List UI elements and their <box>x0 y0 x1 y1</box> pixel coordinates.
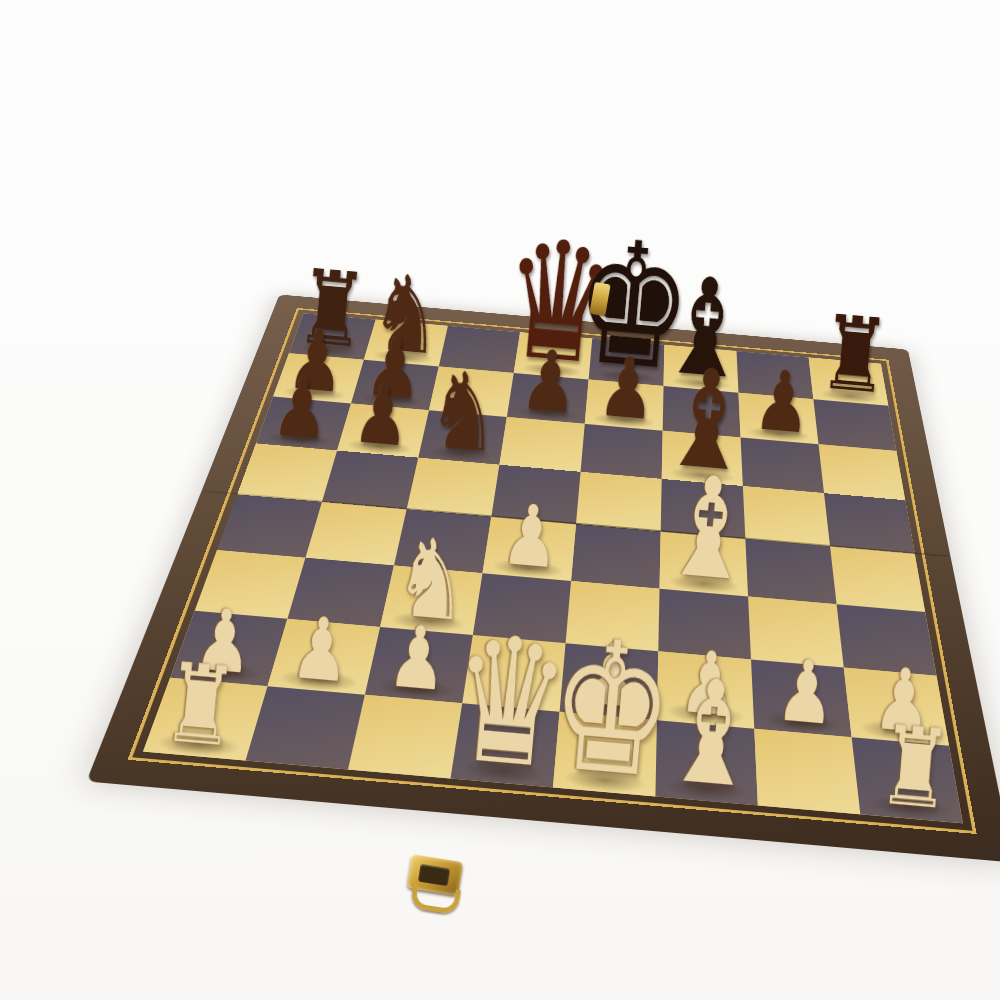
piece-white-king-e1[interactable]: ♚ <box>544 624 679 794</box>
piece-white-bishop-f4[interactable]: ♝ <box>657 464 760 593</box>
square-h1[interactable]: ♜ <box>852 737 963 823</box>
square-a4[interactable] <box>217 494 322 557</box>
square-d7[interactable]: ♟ <box>507 373 589 424</box>
square-f4[interactable]: ♝ <box>660 531 749 596</box>
square-e6[interactable] <box>581 424 663 479</box>
piece-black-pawn-e7[interactable]: ♟ <box>596 350 658 428</box>
square-e5[interactable] <box>576 472 662 532</box>
piece-white-pawn-g2[interactable]: ♟ <box>774 651 838 732</box>
square-c5[interactable] <box>407 458 500 517</box>
square-h4[interactable] <box>830 546 925 612</box>
square-h8[interactable]: ♜ <box>809 357 889 405</box>
square-e4[interactable] <box>571 524 661 589</box>
square-d6[interactable] <box>499 417 584 472</box>
board-grid: ♜♞♛♚♝♜♟♟♟♟♟♟♟♞♝♟♝♞♟♟♟♟♟♟♟♜♛♚♝♜ <box>143 313 963 823</box>
gold-clasp <box>400 852 467 913</box>
square-b5[interactable] <box>322 451 418 510</box>
piece-black-pawn-b6[interactable]: ♟ <box>350 377 412 455</box>
piece-black-knight-c6[interactable]: ♞ <box>423 362 503 462</box>
piece-white-pawn-d4[interactable]: ♟ <box>499 498 562 577</box>
square-e7[interactable]: ♟ <box>585 380 664 431</box>
square-d1[interactable]: ♛ <box>450 703 559 787</box>
piece-black-pawn-g7[interactable]: ♟ <box>751 363 813 441</box>
piece-white-rook-h1[interactable]: ♜ <box>875 716 955 818</box>
piece-black-pawn-d7[interactable]: ♟ <box>518 343 580 421</box>
piece-white-pawn-c2[interactable]: ♟ <box>385 617 449 698</box>
square-d4[interactable]: ♟ <box>483 517 576 581</box>
square-g4[interactable] <box>745 539 836 604</box>
square-f1[interactable]: ♝ <box>655 720 757 805</box>
square-g2[interactable]: ♟ <box>751 659 852 737</box>
piece-white-pawn-b2[interactable]: ♟ <box>288 609 353 690</box>
square-a6[interactable]: ♟ <box>256 397 351 451</box>
board-wood-frame: ♜♞♛♚♝♜♟♟♟♟♟♟♟♞♝♟♝♞♟♟♟♟♟♟♟♜♛♚♝♜ <box>86 295 1000 863</box>
piece-white-rook-a1[interactable]: ♜ <box>159 654 241 756</box>
square-h7[interactable] <box>813 399 896 451</box>
square-h6[interactable] <box>819 444 906 500</box>
piece-black-rook-h8[interactable]: ♜ <box>816 307 892 403</box>
square-a5[interactable] <box>237 443 337 501</box>
piece-white-bishop-f1[interactable]: ♝ <box>659 668 765 802</box>
square-b1[interactable] <box>246 686 365 769</box>
square-h5[interactable] <box>824 493 915 553</box>
chess-board: ♜♞♛♚♝♜♟♟♟♟♟♟♟♞♝♟♝♞♟♟♟♟♟♟♟♜♛♚♝♜ <box>86 295 1000 863</box>
chess-photo-scene: ♜♞♛♚♝♜♟♟♟♟♟♟♟♞♝♟♝♞♟♟♟♟♟♟♟♜♛♚♝♜ <box>0 0 1000 1000</box>
square-e1[interactable]: ♚ <box>553 712 657 797</box>
square-b2[interactable]: ♟ <box>268 619 381 695</box>
piece-black-pawn-a6[interactable]: ♟ <box>269 369 332 447</box>
square-b4[interactable] <box>305 502 406 566</box>
square-b6[interactable]: ♟ <box>337 403 429 457</box>
square-c6[interactable]: ♞ <box>418 410 507 465</box>
square-g1[interactable] <box>754 729 860 815</box>
